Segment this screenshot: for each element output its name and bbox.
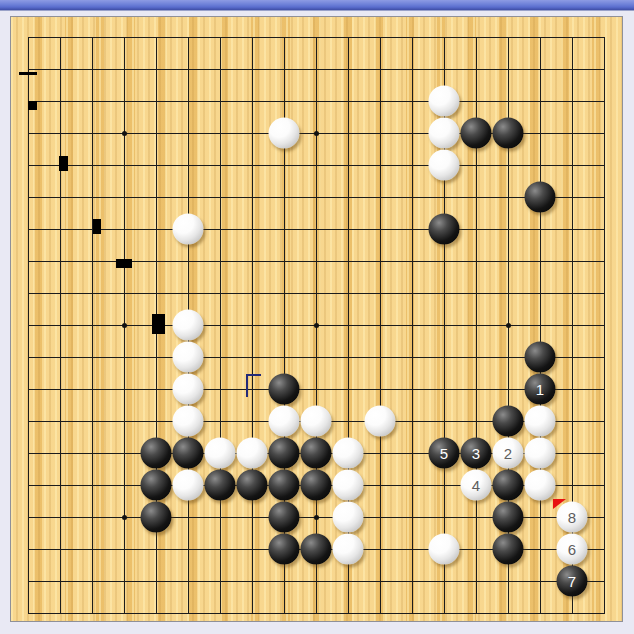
star-point [314,131,319,136]
stone-white [173,310,204,341]
stone-black [269,534,300,565]
stone-black [141,438,172,469]
move-number-label: 7 [568,574,576,589]
stone-white [525,438,556,469]
star-point [314,323,319,328]
move-number-label: 1 [536,382,544,397]
star-point [314,515,319,520]
stone-black-move-7: 7 [557,566,588,597]
move-number-label: 6 [568,542,576,557]
stone-black [493,502,524,533]
stone-white [173,342,204,373]
stone-black [525,342,556,373]
star-point [506,323,511,328]
sketch-mark [93,219,101,234]
sketch-mark [59,156,68,171]
stone-black [141,470,172,501]
stone-black [493,534,524,565]
stone-black-move-5: 5 [429,438,460,469]
cursor-bracket-mark [246,374,261,397]
stone-black-move-3: 3 [461,438,492,469]
window-title-bar[interactable] [0,0,634,11]
move-number-label: 5 [440,446,448,461]
stone-black [493,406,524,437]
star-point [122,131,127,136]
go-application-window: 15324867 [0,0,634,634]
sketch-mark [28,101,37,110]
stone-white [269,118,300,149]
stone-black [301,438,332,469]
move-number-label: 2 [504,446,512,461]
stone-black [429,214,460,245]
stone-white-move-4: 4 [461,470,492,501]
stone-white [365,406,396,437]
stone-black [141,502,172,533]
stone-white [333,470,364,501]
stone-white [525,470,556,501]
stone-black [461,118,492,149]
stone-white [429,534,460,565]
stone-black [173,438,204,469]
stone-white [269,406,300,437]
stone-black [493,118,524,149]
star-point [122,515,127,520]
stone-white [333,502,364,533]
move-number-label: 4 [472,478,480,493]
stone-white [429,86,460,117]
stone-white [301,406,332,437]
stone-white-move-6: 6 [557,534,588,565]
stone-black [525,182,556,213]
stone-white [173,374,204,405]
stone-black [269,438,300,469]
sketch-mark [116,259,132,268]
stone-black [269,374,300,405]
stone-white [429,150,460,181]
last-move-triangle-marker [553,499,566,509]
sketch-mark [152,314,165,334]
stone-white [525,406,556,437]
stone-white [333,438,364,469]
stone-black [269,502,300,533]
stone-black [493,470,524,501]
stone-white [173,470,204,501]
sketch-mark [19,72,37,75]
stone-white [429,118,460,149]
stone-white [205,438,236,469]
stone-black [205,470,236,501]
stone-black [301,534,332,565]
star-point [122,323,127,328]
stone-black [301,470,332,501]
stone-white [237,438,268,469]
stone-white [333,534,364,565]
stone-black-move-1: 1 [525,374,556,405]
stone-white [173,406,204,437]
stone-black [237,470,268,501]
stone-white [173,214,204,245]
move-number-label: 8 [568,510,576,525]
stone-black [269,470,300,501]
move-number-label: 3 [472,446,480,461]
stone-white-move-2: 2 [493,438,524,469]
